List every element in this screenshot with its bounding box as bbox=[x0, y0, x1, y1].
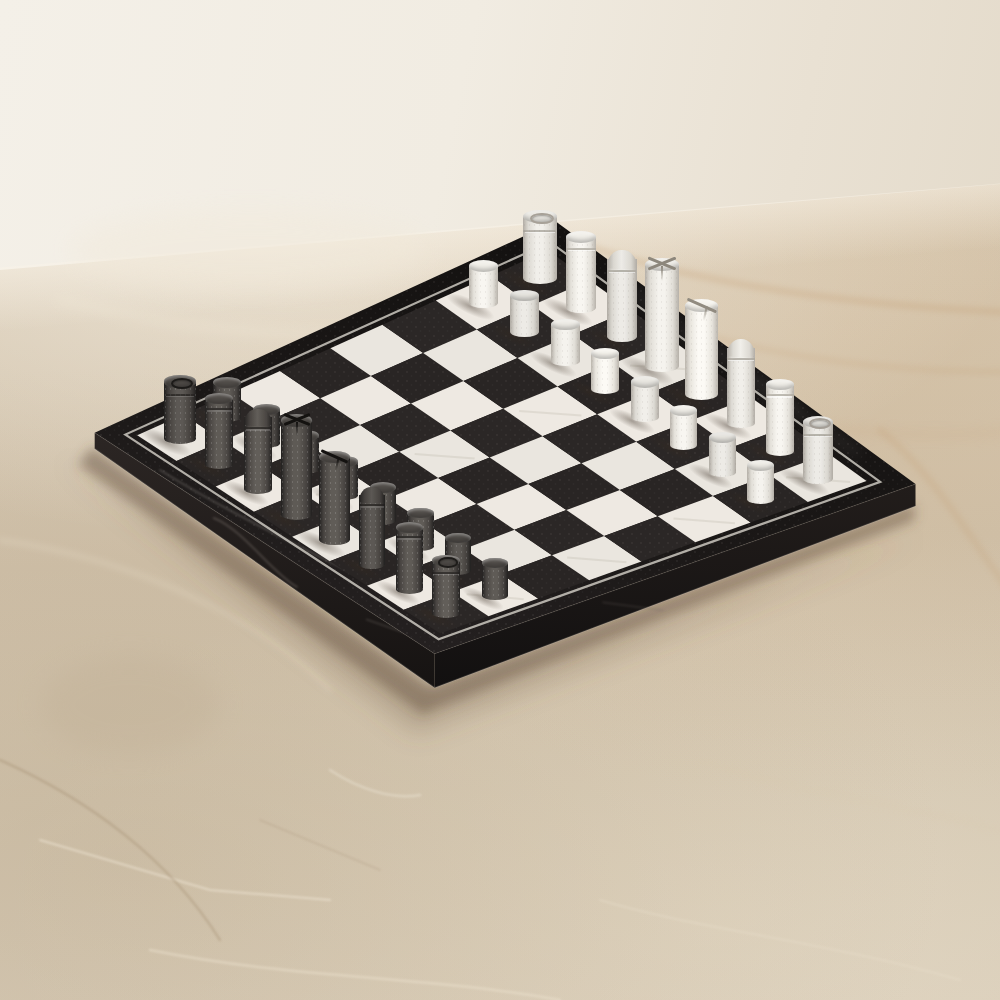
piece-top bbox=[747, 460, 774, 471]
piece-top bbox=[396, 522, 423, 533]
white-bishop-f1 bbox=[727, 339, 756, 428]
piece-body bbox=[164, 381, 195, 443]
piece-body bbox=[551, 325, 580, 366]
piece-top bbox=[213, 377, 241, 388]
white-pawn-a2 bbox=[469, 260, 498, 308]
white-pawn-g2 bbox=[709, 432, 736, 477]
black-rook-a8 bbox=[164, 375, 195, 444]
piece-body bbox=[482, 563, 508, 600]
white-pawn-c2 bbox=[551, 319, 580, 366]
piece-body bbox=[432, 561, 461, 619]
bishop-dome bbox=[727, 339, 756, 357]
black-pawn-h7 bbox=[482, 558, 508, 600]
white-knight-g1 bbox=[766, 379, 794, 456]
black-queen-d8 bbox=[281, 414, 312, 520]
piece-top bbox=[766, 379, 794, 390]
black-king-e8 bbox=[319, 451, 350, 545]
black-bishop-c8 bbox=[244, 409, 272, 495]
white-knight-b1 bbox=[566, 231, 596, 313]
white-pawn-b2 bbox=[510, 290, 539, 337]
white-king-e1 bbox=[685, 299, 718, 400]
white-pawn-h2 bbox=[747, 460, 774, 504]
rook-ring bbox=[171, 378, 193, 389]
piece-body bbox=[510, 296, 539, 338]
product-photo-scene bbox=[0, 0, 1000, 1000]
piece-body bbox=[523, 217, 557, 284]
piece-body bbox=[747, 465, 774, 504]
bishop-dome bbox=[607, 250, 637, 269]
black-rook-h8 bbox=[432, 555, 461, 618]
piece-body bbox=[670, 410, 698, 450]
bishop-dome bbox=[244, 409, 272, 426]
white-pawn-e2 bbox=[631, 376, 659, 422]
bishop-dome bbox=[359, 487, 386, 504]
white-pawn-d2 bbox=[591, 348, 619, 394]
piece-top bbox=[709, 432, 736, 443]
piece-body bbox=[709, 438, 736, 477]
piece-body bbox=[469, 266, 498, 308]
black-bishop-f8 bbox=[359, 487, 386, 570]
piece-body bbox=[803, 422, 834, 484]
piece-body bbox=[631, 382, 659, 422]
piece-top bbox=[469, 260, 498, 272]
piece-top bbox=[670, 405, 698, 416]
white-queen-d1 bbox=[645, 258, 679, 372]
piece-body bbox=[591, 353, 619, 394]
white-bishop-c1 bbox=[607, 250, 637, 342]
black-knight-g8 bbox=[396, 522, 423, 594]
piece-top bbox=[631, 376, 659, 387]
white-rook-h1 bbox=[803, 416, 834, 484]
chess-pieces-layer bbox=[0, 0, 1000, 1000]
piece-top bbox=[482, 558, 508, 568]
white-pawn-f2 bbox=[670, 405, 698, 450]
white-rook-a1 bbox=[523, 210, 557, 284]
rook-ring bbox=[438, 557, 459, 568]
black-knight-b8 bbox=[205, 393, 233, 469]
piece-top bbox=[407, 508, 433, 519]
